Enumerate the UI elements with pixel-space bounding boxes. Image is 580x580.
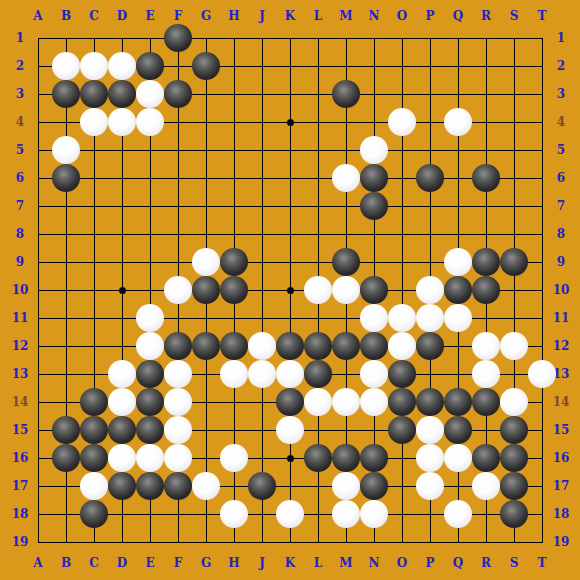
white-stone-P17[interactable] [416, 472, 444, 500]
black-stone-J17[interactable] [248, 472, 276, 500]
column-label-O: O [390, 10, 414, 23]
black-stone-E17[interactable] [136, 472, 164, 500]
row-label-16: 16 [8, 452, 32, 465]
white-stone-N5[interactable] [360, 136, 388, 164]
row-label-15: 15 [549, 424, 573, 437]
column-label-Q: Q [446, 10, 470, 23]
black-stone-N6[interactable] [360, 164, 388, 192]
white-stone-D16[interactable] [108, 444, 136, 472]
white-stone-P11[interactable] [416, 304, 444, 332]
row-label-3: 3 [549, 88, 573, 101]
white-stone-Q4[interactable] [444, 108, 472, 136]
black-stone-L12[interactable] [304, 332, 332, 360]
row-label-14: 14 [8, 396, 32, 409]
column-label-M: M [334, 10, 358, 23]
black-stone-Q15[interactable] [444, 416, 472, 444]
black-stone-C15[interactable] [80, 416, 108, 444]
black-stone-N7[interactable] [360, 192, 388, 220]
white-stone-N11[interactable] [360, 304, 388, 332]
black-stone-E2[interactable] [136, 52, 164, 80]
white-stone-K18[interactable] [276, 500, 304, 528]
white-stone-O4[interactable] [388, 108, 416, 136]
row-label-12: 12 [549, 340, 573, 353]
row-label-8: 8 [549, 228, 573, 241]
row-label-1: 1 [8, 32, 32, 45]
column-label-B: B [54, 557, 78, 570]
white-stone-Q18[interactable] [444, 500, 472, 528]
column-label-C: C [82, 557, 106, 570]
row-label-16: 16 [549, 452, 573, 465]
white-stone-C4[interactable] [80, 108, 108, 136]
row-label-1: 1 [549, 32, 573, 45]
black-stone-M16[interactable] [332, 444, 360, 472]
black-stone-S18[interactable] [500, 500, 528, 528]
row-label-6: 6 [549, 172, 573, 185]
white-stone-R12[interactable] [472, 332, 500, 360]
black-stone-M9[interactable] [332, 248, 360, 276]
white-stone-R13[interactable] [472, 360, 500, 388]
column-label-T: T [530, 557, 554, 570]
white-stone-D4[interactable] [108, 108, 136, 136]
white-stone-Q16[interactable] [444, 444, 472, 472]
row-label-10: 10 [549, 284, 573, 297]
white-stone-M17[interactable] [332, 472, 360, 500]
column-label-C: C [82, 10, 106, 23]
black-stone-N17[interactable] [360, 472, 388, 500]
white-stone-L14[interactable] [304, 388, 332, 416]
white-stone-O11[interactable] [388, 304, 416, 332]
white-stone-D14[interactable] [108, 388, 136, 416]
go-board[interactable]: ABCDEFGHJKLMNOPQRST ABCDEFGHJKLMNOPQRST … [0, 0, 580, 580]
white-stone-G17[interactable] [192, 472, 220, 500]
row-label-14: 14 [549, 396, 573, 409]
white-stone-O12[interactable] [388, 332, 416, 360]
star-point-K16 [287, 455, 294, 462]
column-label-G: G [194, 10, 218, 23]
white-stone-N18[interactable] [360, 500, 388, 528]
row-label-7: 7 [549, 200, 573, 213]
column-label-A: A [26, 10, 50, 23]
white-stone-B2[interactable] [52, 52, 80, 80]
black-stone-S9[interactable] [500, 248, 528, 276]
black-stone-D15[interactable] [108, 416, 136, 444]
column-label-E: E [138, 10, 162, 23]
black-stone-S16[interactable] [500, 444, 528, 472]
white-stone-D2[interactable] [108, 52, 136, 80]
column-label-O: O [390, 557, 414, 570]
white-stone-E16[interactable] [136, 444, 164, 472]
column-label-S: S [502, 10, 526, 23]
white-stone-M14[interactable] [332, 388, 360, 416]
black-stone-G2[interactable] [192, 52, 220, 80]
white-stone-E4[interactable] [136, 108, 164, 136]
black-stone-B3[interactable] [52, 80, 80, 108]
white-stone-C2[interactable] [80, 52, 108, 80]
column-label-A: A [26, 557, 50, 570]
black-stone-R16[interactable] [472, 444, 500, 472]
black-stone-E13[interactable] [136, 360, 164, 388]
row-label-17: 17 [549, 480, 573, 493]
black-stone-Q10[interactable] [444, 276, 472, 304]
white-stone-P10[interactable] [416, 276, 444, 304]
white-stone-N14[interactable] [360, 388, 388, 416]
black-stone-K12[interactable] [276, 332, 304, 360]
white-stone-D13[interactable] [108, 360, 136, 388]
white-stone-E11[interactable] [136, 304, 164, 332]
column-label-K: K [278, 10, 302, 23]
white-stone-F13[interactable] [164, 360, 192, 388]
black-stone-F12[interactable] [164, 332, 192, 360]
white-stone-F15[interactable] [164, 416, 192, 444]
row-label-12: 12 [8, 340, 32, 353]
row-label-19: 19 [8, 536, 32, 549]
white-stone-B5[interactable] [52, 136, 80, 164]
column-label-P: P [418, 557, 442, 570]
column-label-J: J [250, 557, 274, 570]
white-stone-L10[interactable] [304, 276, 332, 304]
column-label-R: R [474, 10, 498, 23]
black-stone-B15[interactable] [52, 416, 80, 444]
white-stone-H16[interactable] [220, 444, 248, 472]
star-point-K4 [287, 119, 294, 126]
black-stone-D17[interactable] [108, 472, 136, 500]
black-stone-C3[interactable] [80, 80, 108, 108]
row-label-7: 7 [8, 200, 32, 213]
white-stone-F10[interactable] [164, 276, 192, 304]
column-label-L: L [306, 10, 330, 23]
black-stone-R14[interactable] [472, 388, 500, 416]
column-label-N: N [362, 557, 386, 570]
white-stone-Q11[interactable] [444, 304, 472, 332]
row-label-10: 10 [8, 284, 32, 297]
black-stone-G10[interactable] [192, 276, 220, 304]
white-stone-R17[interactable] [472, 472, 500, 500]
row-label-2: 2 [8, 60, 32, 73]
column-label-J: J [250, 10, 274, 23]
white-stone-E3[interactable] [136, 80, 164, 108]
column-label-H: H [222, 10, 246, 23]
row-label-9: 9 [549, 256, 573, 269]
row-label-18: 18 [8, 508, 32, 521]
white-stone-M6[interactable] [332, 164, 360, 192]
black-stone-D3[interactable] [108, 80, 136, 108]
row-label-9: 9 [8, 256, 32, 269]
row-label-19: 19 [549, 536, 573, 549]
black-stone-H10[interactable] [220, 276, 248, 304]
column-label-F: F [166, 557, 190, 570]
white-stone-T13[interactable] [528, 360, 556, 388]
star-point-D10 [119, 287, 126, 294]
black-stone-H9[interactable] [220, 248, 248, 276]
white-stone-F14[interactable] [164, 388, 192, 416]
black-stone-R6[interactable] [472, 164, 500, 192]
black-stone-B6[interactable] [52, 164, 80, 192]
row-label-11: 11 [549, 312, 573, 325]
column-label-M: M [334, 557, 358, 570]
row-label-11: 11 [8, 312, 32, 325]
column-label-D: D [110, 557, 134, 570]
white-stone-G9[interactable] [192, 248, 220, 276]
black-stone-E15[interactable] [136, 416, 164, 444]
black-stone-C18[interactable] [80, 500, 108, 528]
white-stone-J13[interactable] [248, 360, 276, 388]
row-label-13: 13 [8, 368, 32, 381]
white-stone-Q9[interactable] [444, 248, 472, 276]
white-stone-K15[interactable] [276, 416, 304, 444]
black-stone-S15[interactable] [500, 416, 528, 444]
black-stone-P14[interactable] [416, 388, 444, 416]
white-stone-P15[interactable] [416, 416, 444, 444]
white-stone-F16[interactable] [164, 444, 192, 472]
row-label-3: 3 [8, 88, 32, 101]
black-stone-R10[interactable] [472, 276, 500, 304]
row-label-2: 2 [549, 60, 573, 73]
black-stone-F1[interactable] [164, 24, 192, 52]
row-label-17: 17 [8, 480, 32, 493]
row-label-6: 6 [8, 172, 32, 185]
white-stone-J12[interactable] [248, 332, 276, 360]
row-label-4: 4 [549, 116, 573, 129]
black-stone-N12[interactable] [360, 332, 388, 360]
black-stone-O15[interactable] [388, 416, 416, 444]
black-stone-S17[interactable] [500, 472, 528, 500]
column-label-B: B [54, 10, 78, 23]
row-label-5: 5 [549, 144, 573, 157]
column-label-S: S [502, 557, 526, 570]
row-label-5: 5 [8, 144, 32, 157]
black-stone-Q14[interactable] [444, 388, 472, 416]
white-stone-H18[interactable] [220, 500, 248, 528]
star-point-K10 [287, 287, 294, 294]
black-stone-R9[interactable] [472, 248, 500, 276]
white-stone-M18[interactable] [332, 500, 360, 528]
column-label-G: G [194, 557, 218, 570]
row-label-4: 4 [8, 116, 32, 129]
black-stone-M3[interactable] [332, 80, 360, 108]
white-stone-H13[interactable] [220, 360, 248, 388]
white-stone-K13[interactable] [276, 360, 304, 388]
black-stone-L13[interactable] [304, 360, 332, 388]
column-label-P: P [418, 10, 442, 23]
column-label-T: T [530, 10, 554, 23]
column-label-H: H [222, 557, 246, 570]
column-label-Q: Q [446, 557, 470, 570]
black-stone-C14[interactable] [80, 388, 108, 416]
column-label-D: D [110, 10, 134, 23]
column-label-N: N [362, 10, 386, 23]
column-label-E: E [138, 557, 162, 570]
black-stone-C16[interactable] [80, 444, 108, 472]
column-label-K: K [278, 557, 302, 570]
black-stone-O14[interactable] [388, 388, 416, 416]
black-stone-P12[interactable] [416, 332, 444, 360]
black-stone-K14[interactable] [276, 388, 304, 416]
row-label-8: 8 [8, 228, 32, 241]
white-stone-N13[interactable] [360, 360, 388, 388]
white-stone-S12[interactable] [500, 332, 528, 360]
black-stone-F3[interactable] [164, 80, 192, 108]
white-stone-C17[interactable] [80, 472, 108, 500]
white-stone-M10[interactable] [332, 276, 360, 304]
white-stone-S14[interactable] [500, 388, 528, 416]
black-stone-G12[interactable] [192, 332, 220, 360]
column-label-F: F [166, 10, 190, 23]
white-stone-P16[interactable] [416, 444, 444, 472]
black-stone-L16[interactable] [304, 444, 332, 472]
column-label-R: R [474, 557, 498, 570]
black-stone-O13[interactable] [388, 360, 416, 388]
black-stone-H12[interactable] [220, 332, 248, 360]
column-label-L: L [306, 557, 330, 570]
row-label-18: 18 [549, 508, 573, 521]
black-stone-P6[interactable] [416, 164, 444, 192]
black-stone-M12[interactable] [332, 332, 360, 360]
black-stone-E14[interactable] [136, 388, 164, 416]
black-stone-N16[interactable] [360, 444, 388, 472]
row-label-15: 15 [8, 424, 32, 437]
black-stone-N10[interactable] [360, 276, 388, 304]
black-stone-F17[interactable] [164, 472, 192, 500]
black-stone-B16[interactable] [52, 444, 80, 472]
white-stone-E12[interactable] [136, 332, 164, 360]
